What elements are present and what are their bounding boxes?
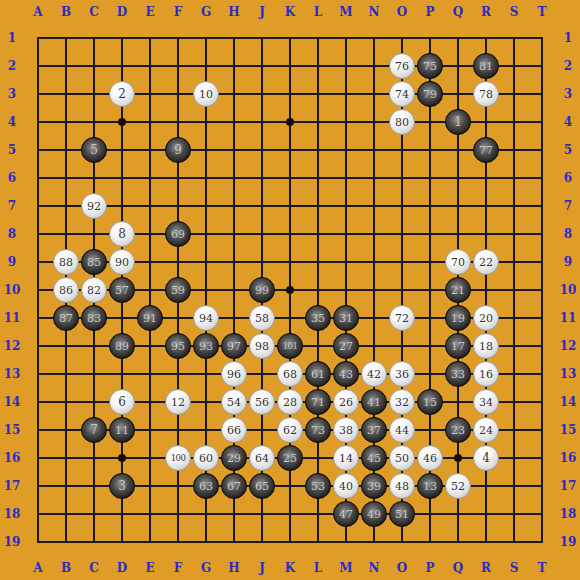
intersection-Q4[interactable]: 1 <box>444 108 472 136</box>
intersection-O15[interactable]: 44 <box>388 416 416 444</box>
intersection-J1[interactable] <box>248 24 276 52</box>
intersection-D14[interactable]: 6 <box>108 388 136 416</box>
intersection-H19[interactable] <box>220 528 248 556</box>
intersection-G9[interactable] <box>192 248 220 276</box>
intersection-R4[interactable] <box>472 108 500 136</box>
intersection-Q15[interactable]: 23 <box>444 416 472 444</box>
intersection-T5[interactable] <box>528 136 556 164</box>
intersection-K16[interactable]: 25 <box>276 444 304 472</box>
intersection-Q17[interactable]: 52 <box>444 472 472 500</box>
intersection-B3[interactable] <box>52 80 80 108</box>
intersection-E3[interactable] <box>136 80 164 108</box>
intersection-S14[interactable] <box>500 388 528 416</box>
intersection-A5[interactable] <box>24 136 52 164</box>
intersection-A19[interactable] <box>24 528 52 556</box>
intersection-J11[interactable]: 58 <box>248 304 276 332</box>
intersection-P17[interactable]: 13 <box>416 472 444 500</box>
intersection-O19[interactable] <box>388 528 416 556</box>
intersection-M3[interactable] <box>332 80 360 108</box>
intersection-T12[interactable] <box>528 332 556 360</box>
intersection-S18[interactable] <box>500 500 528 528</box>
intersection-G15[interactable] <box>192 416 220 444</box>
intersection-C18[interactable] <box>80 500 108 528</box>
intersection-R8[interactable] <box>472 220 500 248</box>
intersection-H17[interactable]: 67 <box>220 472 248 500</box>
intersection-L17[interactable]: 53 <box>304 472 332 500</box>
intersection-D12[interactable]: 89 <box>108 332 136 360</box>
intersection-A11[interactable] <box>24 304 52 332</box>
intersection-S17[interactable] <box>500 472 528 500</box>
intersection-D8[interactable]: 8 <box>108 220 136 248</box>
intersection-S13[interactable] <box>500 360 528 388</box>
intersection-P2[interactable]: 75 <box>416 52 444 80</box>
intersection-S19[interactable] <box>500 528 528 556</box>
intersection-Q16[interactable] <box>444 444 472 472</box>
intersection-K8[interactable] <box>276 220 304 248</box>
intersection-E11[interactable]: 91 <box>136 304 164 332</box>
intersection-C15[interactable]: 7 <box>80 416 108 444</box>
intersection-A13[interactable] <box>24 360 52 388</box>
intersection-K15[interactable]: 62 <box>276 416 304 444</box>
intersection-J16[interactable]: 64 <box>248 444 276 472</box>
intersection-R7[interactable] <box>472 192 500 220</box>
intersection-K9[interactable] <box>276 248 304 276</box>
intersection-K11[interactable] <box>276 304 304 332</box>
intersection-E19[interactable] <box>136 528 164 556</box>
intersection-E15[interactable] <box>136 416 164 444</box>
intersection-J17[interactable]: 65 <box>248 472 276 500</box>
intersection-D2[interactable] <box>108 52 136 80</box>
intersection-O18[interactable]: 51 <box>388 500 416 528</box>
intersection-A15[interactable] <box>24 416 52 444</box>
intersection-P1[interactable] <box>416 24 444 52</box>
intersection-M10[interactable] <box>332 276 360 304</box>
intersection-M7[interactable] <box>332 192 360 220</box>
intersection-D16[interactable] <box>108 444 136 472</box>
intersection-C11[interactable]: 83 <box>80 304 108 332</box>
intersection-J18[interactable] <box>248 500 276 528</box>
intersection-H4[interactable] <box>220 108 248 136</box>
intersection-C10[interactable]: 82 <box>80 276 108 304</box>
intersection-T4[interactable] <box>528 108 556 136</box>
intersection-A18[interactable] <box>24 500 52 528</box>
intersection-E7[interactable] <box>136 192 164 220</box>
intersection-D7[interactable] <box>108 192 136 220</box>
intersection-K13[interactable]: 68 <box>276 360 304 388</box>
intersection-S9[interactable] <box>500 248 528 276</box>
intersection-G13[interactable] <box>192 360 220 388</box>
intersection-G11[interactable]: 94 <box>192 304 220 332</box>
intersection-D17[interactable]: 3 <box>108 472 136 500</box>
intersection-A8[interactable] <box>24 220 52 248</box>
intersection-N11[interactable] <box>360 304 388 332</box>
intersection-B9[interactable]: 88 <box>52 248 80 276</box>
intersection-M19[interactable] <box>332 528 360 556</box>
intersection-F12[interactable]: 95 <box>164 332 192 360</box>
intersection-Q6[interactable] <box>444 164 472 192</box>
intersection-O6[interactable] <box>388 164 416 192</box>
intersection-S11[interactable] <box>500 304 528 332</box>
intersection-F10[interactable]: 59 <box>164 276 192 304</box>
intersection-C16[interactable] <box>80 444 108 472</box>
intersection-P13[interactable] <box>416 360 444 388</box>
intersection-S6[interactable] <box>500 164 528 192</box>
intersection-L8[interactable] <box>304 220 332 248</box>
intersection-L19[interactable] <box>304 528 332 556</box>
intersection-O12[interactable] <box>388 332 416 360</box>
intersection-R13[interactable]: 16 <box>472 360 500 388</box>
intersection-M11[interactable]: 31 <box>332 304 360 332</box>
intersection-G17[interactable]: 63 <box>192 472 220 500</box>
intersection-H10[interactable] <box>220 276 248 304</box>
intersection-C12[interactable] <box>80 332 108 360</box>
intersection-J14[interactable]: 56 <box>248 388 276 416</box>
intersection-P14[interactable]: 15 <box>416 388 444 416</box>
intersection-E12[interactable] <box>136 332 164 360</box>
intersection-D11[interactable] <box>108 304 136 332</box>
intersection-G10[interactable] <box>192 276 220 304</box>
intersection-L1[interactable] <box>304 24 332 52</box>
intersection-R18[interactable] <box>472 500 500 528</box>
intersection-B16[interactable] <box>52 444 80 472</box>
intersection-N7[interactable] <box>360 192 388 220</box>
intersection-P8[interactable] <box>416 220 444 248</box>
intersection-K17[interactable] <box>276 472 304 500</box>
intersection-P18[interactable] <box>416 500 444 528</box>
intersection-M6[interactable] <box>332 164 360 192</box>
intersection-E8[interactable] <box>136 220 164 248</box>
intersection-P6[interactable] <box>416 164 444 192</box>
intersection-P4[interactable] <box>416 108 444 136</box>
intersection-K3[interactable] <box>276 80 304 108</box>
intersection-L11[interactable]: 35 <box>304 304 332 332</box>
intersection-B5[interactable] <box>52 136 80 164</box>
intersection-N17[interactable]: 39 <box>360 472 388 500</box>
intersection-J19[interactable] <box>248 528 276 556</box>
intersection-G4[interactable] <box>192 108 220 136</box>
intersection-O16[interactable]: 50 <box>388 444 416 472</box>
intersection-E10[interactable] <box>136 276 164 304</box>
intersection-A17[interactable] <box>24 472 52 500</box>
intersection-K10[interactable] <box>276 276 304 304</box>
intersection-O11[interactable]: 72 <box>388 304 416 332</box>
intersection-H3[interactable] <box>220 80 248 108</box>
intersection-R11[interactable]: 20 <box>472 304 500 332</box>
intersection-R15[interactable]: 24 <box>472 416 500 444</box>
intersection-D10[interactable]: 57 <box>108 276 136 304</box>
intersection-H2[interactable] <box>220 52 248 80</box>
intersection-F18[interactable] <box>164 500 192 528</box>
intersection-N8[interactable] <box>360 220 388 248</box>
intersection-T10[interactable] <box>528 276 556 304</box>
intersection-D5[interactable] <box>108 136 136 164</box>
intersection-B19[interactable] <box>52 528 80 556</box>
intersection-P16[interactable]: 46 <box>416 444 444 472</box>
intersection-C19[interactable] <box>80 528 108 556</box>
intersection-L13[interactable]: 61 <box>304 360 332 388</box>
intersection-D15[interactable]: 11 <box>108 416 136 444</box>
intersection-A6[interactable] <box>24 164 52 192</box>
intersection-G3[interactable]: 10 <box>192 80 220 108</box>
intersection-R12[interactable]: 18 <box>472 332 500 360</box>
intersection-T19[interactable] <box>528 528 556 556</box>
intersection-E4[interactable] <box>136 108 164 136</box>
intersection-L10[interactable] <box>304 276 332 304</box>
intersection-M14[interactable]: 26 <box>332 388 360 416</box>
intersection-Q9[interactable]: 70 <box>444 248 472 276</box>
intersection-J4[interactable] <box>248 108 276 136</box>
intersection-Q5[interactable] <box>444 136 472 164</box>
intersection-C4[interactable] <box>80 108 108 136</box>
intersection-N5[interactable] <box>360 136 388 164</box>
intersection-T3[interactable] <box>528 80 556 108</box>
intersection-F1[interactable] <box>164 24 192 52</box>
intersection-O8[interactable] <box>388 220 416 248</box>
intersection-O7[interactable] <box>388 192 416 220</box>
intersection-E13[interactable] <box>136 360 164 388</box>
intersection-Q19[interactable] <box>444 528 472 556</box>
intersection-N15[interactable]: 37 <box>360 416 388 444</box>
intersection-D4[interactable] <box>108 108 136 136</box>
intersection-L4[interactable] <box>304 108 332 136</box>
intersection-T16[interactable] <box>528 444 556 472</box>
intersection-P9[interactable] <box>416 248 444 276</box>
intersection-H16[interactable]: 29 <box>220 444 248 472</box>
intersection-P11[interactable] <box>416 304 444 332</box>
intersection-O10[interactable] <box>388 276 416 304</box>
intersection-M9[interactable] <box>332 248 360 276</box>
intersection-F17[interactable] <box>164 472 192 500</box>
intersection-T7[interactable] <box>528 192 556 220</box>
intersection-N3[interactable] <box>360 80 388 108</box>
intersection-R17[interactable] <box>472 472 500 500</box>
intersection-E9[interactable] <box>136 248 164 276</box>
intersection-D18[interactable] <box>108 500 136 528</box>
intersection-N14[interactable]: 41 <box>360 388 388 416</box>
intersection-K6[interactable] <box>276 164 304 192</box>
intersection-R9[interactable]: 22 <box>472 248 500 276</box>
intersection-P7[interactable] <box>416 192 444 220</box>
intersection-C7[interactable]: 92 <box>80 192 108 220</box>
intersection-O5[interactable] <box>388 136 416 164</box>
intersection-K14[interactable]: 28 <box>276 388 304 416</box>
intersection-T9[interactable] <box>528 248 556 276</box>
intersection-E1[interactable] <box>136 24 164 52</box>
intersection-P3[interactable]: 79 <box>416 80 444 108</box>
intersection-J3[interactable] <box>248 80 276 108</box>
intersection-J8[interactable] <box>248 220 276 248</box>
intersection-Q7[interactable] <box>444 192 472 220</box>
intersection-K18[interactable] <box>276 500 304 528</box>
intersection-B10[interactable]: 86 <box>52 276 80 304</box>
intersection-B6[interactable] <box>52 164 80 192</box>
intersection-H14[interactable]: 54 <box>220 388 248 416</box>
intersection-R14[interactable]: 34 <box>472 388 500 416</box>
intersection-A1[interactable] <box>24 24 52 52</box>
intersection-D6[interactable] <box>108 164 136 192</box>
intersection-R5[interactable]: 77 <box>472 136 500 164</box>
intersection-E16[interactable] <box>136 444 164 472</box>
intersection-B17[interactable] <box>52 472 80 500</box>
intersection-A3[interactable] <box>24 80 52 108</box>
intersection-F11[interactable] <box>164 304 192 332</box>
intersection-S2[interactable] <box>500 52 528 80</box>
intersection-G7[interactable] <box>192 192 220 220</box>
intersection-Q18[interactable] <box>444 500 472 528</box>
intersection-J2[interactable] <box>248 52 276 80</box>
intersection-O1[interactable] <box>388 24 416 52</box>
intersection-E17[interactable] <box>136 472 164 500</box>
intersection-C14[interactable] <box>80 388 108 416</box>
intersection-Q3[interactable] <box>444 80 472 108</box>
intersection-G19[interactable] <box>192 528 220 556</box>
intersection-D9[interactable]: 90 <box>108 248 136 276</box>
intersection-F16[interactable]: 100 <box>164 444 192 472</box>
intersection-K5[interactable] <box>276 136 304 164</box>
intersection-M15[interactable]: 38 <box>332 416 360 444</box>
intersection-L5[interactable] <box>304 136 332 164</box>
intersection-A14[interactable] <box>24 388 52 416</box>
intersection-D13[interactable] <box>108 360 136 388</box>
intersection-R19[interactable] <box>472 528 500 556</box>
intersection-C3[interactable] <box>80 80 108 108</box>
intersection-N18[interactable]: 49 <box>360 500 388 528</box>
intersection-B8[interactable] <box>52 220 80 248</box>
intersection-L18[interactable] <box>304 500 332 528</box>
intersection-E18[interactable] <box>136 500 164 528</box>
intersection-G18[interactable] <box>192 500 220 528</box>
intersection-H6[interactable] <box>220 164 248 192</box>
intersection-Q12[interactable]: 17 <box>444 332 472 360</box>
intersection-K2[interactable] <box>276 52 304 80</box>
intersection-H12[interactable]: 97 <box>220 332 248 360</box>
intersection-S12[interactable] <box>500 332 528 360</box>
intersection-G8[interactable] <box>192 220 220 248</box>
intersection-N16[interactable]: 45 <box>360 444 388 472</box>
intersection-N12[interactable] <box>360 332 388 360</box>
intersection-M1[interactable] <box>332 24 360 52</box>
intersection-A2[interactable] <box>24 52 52 80</box>
intersection-C9[interactable]: 85 <box>80 248 108 276</box>
intersection-Q8[interactable] <box>444 220 472 248</box>
intersection-F6[interactable] <box>164 164 192 192</box>
intersection-M4[interactable] <box>332 108 360 136</box>
intersection-T15[interactable] <box>528 416 556 444</box>
intersection-M13[interactable]: 43 <box>332 360 360 388</box>
intersection-L12[interactable] <box>304 332 332 360</box>
intersection-S15[interactable] <box>500 416 528 444</box>
intersection-N9[interactable] <box>360 248 388 276</box>
intersection-Q1[interactable] <box>444 24 472 52</box>
intersection-S5[interactable] <box>500 136 528 164</box>
intersection-A16[interactable] <box>24 444 52 472</box>
intersection-H9[interactable] <box>220 248 248 276</box>
intersection-F9[interactable] <box>164 248 192 276</box>
intersection-S7[interactable] <box>500 192 528 220</box>
intersection-G12[interactable]: 93 <box>192 332 220 360</box>
intersection-C6[interactable] <box>80 164 108 192</box>
intersection-D3[interactable]: 2 <box>108 80 136 108</box>
intersection-O3[interactable]: 74 <box>388 80 416 108</box>
intersection-O14[interactable]: 32 <box>388 388 416 416</box>
intersection-L7[interactable] <box>304 192 332 220</box>
intersection-T8[interactable] <box>528 220 556 248</box>
intersection-P19[interactable] <box>416 528 444 556</box>
intersection-F3[interactable] <box>164 80 192 108</box>
intersection-A9[interactable] <box>24 248 52 276</box>
intersection-O13[interactable]: 36 <box>388 360 416 388</box>
intersection-A12[interactable] <box>24 332 52 360</box>
intersection-H18[interactable] <box>220 500 248 528</box>
intersection-S1[interactable] <box>500 24 528 52</box>
intersection-H1[interactable] <box>220 24 248 52</box>
intersection-K1[interactable] <box>276 24 304 52</box>
intersection-Q2[interactable] <box>444 52 472 80</box>
intersection-P5[interactable] <box>416 136 444 164</box>
intersection-N10[interactable] <box>360 276 388 304</box>
intersection-O4[interactable]: 80 <box>388 108 416 136</box>
intersection-A4[interactable] <box>24 108 52 136</box>
intersection-H5[interactable] <box>220 136 248 164</box>
intersection-N13[interactable]: 42 <box>360 360 388 388</box>
intersection-K19[interactable] <box>276 528 304 556</box>
intersection-E6[interactable] <box>136 164 164 192</box>
intersection-R2[interactable]: 81 <box>472 52 500 80</box>
intersection-M16[interactable]: 14 <box>332 444 360 472</box>
intersection-T1[interactable] <box>528 24 556 52</box>
intersection-G14[interactable] <box>192 388 220 416</box>
intersection-S3[interactable] <box>500 80 528 108</box>
intersection-T2[interactable] <box>528 52 556 80</box>
intersection-G6[interactable] <box>192 164 220 192</box>
intersection-R16[interactable]: 4 <box>472 444 500 472</box>
intersection-B4[interactable] <box>52 108 80 136</box>
intersection-L6[interactable] <box>304 164 332 192</box>
intersection-B7[interactable] <box>52 192 80 220</box>
intersection-N1[interactable] <box>360 24 388 52</box>
intersection-O17[interactable]: 48 <box>388 472 416 500</box>
intersection-E14[interactable] <box>136 388 164 416</box>
intersection-S10[interactable] <box>500 276 528 304</box>
intersection-H8[interactable] <box>220 220 248 248</box>
intersection-F19[interactable] <box>164 528 192 556</box>
intersection-J7[interactable] <box>248 192 276 220</box>
intersection-Q13[interactable]: 33 <box>444 360 472 388</box>
intersection-D1[interactable] <box>108 24 136 52</box>
intersection-D19[interactable] <box>108 528 136 556</box>
intersection-B14[interactable] <box>52 388 80 416</box>
intersection-R6[interactable] <box>472 164 500 192</box>
intersection-F15[interactable] <box>164 416 192 444</box>
intersection-F2[interactable] <box>164 52 192 80</box>
intersection-P15[interactable] <box>416 416 444 444</box>
intersection-G1[interactable] <box>192 24 220 52</box>
intersection-B11[interactable]: 87 <box>52 304 80 332</box>
intersection-H13[interactable]: 96 <box>220 360 248 388</box>
intersection-C5[interactable]: 5 <box>80 136 108 164</box>
intersection-L16[interactable] <box>304 444 332 472</box>
intersection-R1[interactable] <box>472 24 500 52</box>
intersection-T11[interactable] <box>528 304 556 332</box>
intersection-C2[interactable] <box>80 52 108 80</box>
intersection-J13[interactable] <box>248 360 276 388</box>
intersection-C1[interactable] <box>80 24 108 52</box>
intersection-F14[interactable]: 12 <box>164 388 192 416</box>
intersection-M12[interactable]: 27 <box>332 332 360 360</box>
intersection-J10[interactable]: 99 <box>248 276 276 304</box>
intersection-H7[interactable] <box>220 192 248 220</box>
intersection-J9[interactable] <box>248 248 276 276</box>
